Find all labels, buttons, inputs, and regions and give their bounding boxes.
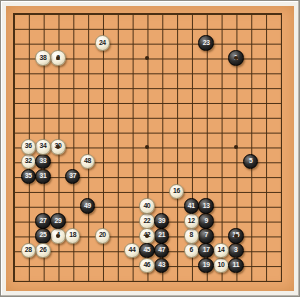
white-stone-14: 14 [213, 243, 228, 258]
white-stone-20: 20 [95, 228, 110, 243]
white-stone-36: 36 [21, 139, 36, 154]
white-stone-24: 24 [95, 35, 110, 50]
white-stone-26: 26 [35, 243, 50, 258]
white-stone-6: 6 [184, 243, 199, 258]
star-point [56, 234, 60, 238]
star-point [234, 234, 238, 238]
white-stone-46: 46 [139, 258, 154, 273]
star-point [56, 145, 60, 149]
black-stone-23: 23 [198, 35, 213, 50]
white-stone-34: 34 [35, 139, 50, 154]
black-stone-41: 41 [184, 198, 199, 213]
white-stone-8: 8 [184, 228, 199, 243]
black-stone-9: 9 [198, 213, 213, 228]
black-stone-21: 21 [154, 228, 169, 243]
star-point [234, 56, 238, 60]
black-stone-45: 45 [139, 243, 154, 258]
go-board[interactable]: 1234567891011121314151617181920212223242… [6, 6, 294, 291]
white-stone-12: 12 [184, 213, 199, 228]
black-stone-49: 49 [80, 198, 95, 213]
black-stone-31: 31 [35, 169, 50, 184]
star-point [145, 56, 149, 60]
white-stone-28: 28 [21, 243, 36, 258]
black-stone-7: 7 [198, 228, 213, 243]
black-stone-47: 47 [154, 243, 169, 258]
applet-frame: 1234567891011121314151617181920212223242… [0, 0, 300, 297]
white-stone-18: 18 [65, 228, 80, 243]
white-stone-38: 38 [35, 50, 50, 65]
black-stone-33: 33 [35, 154, 50, 169]
black-stone-37: 37 [65, 169, 80, 184]
black-stone-17: 17 [198, 243, 213, 258]
star-point [234, 145, 238, 149]
black-stone-39: 39 [154, 213, 169, 228]
black-stone-27: 27 [35, 213, 50, 228]
white-stone-32: 32 [21, 154, 36, 169]
black-stone-29: 29 [50, 213, 65, 228]
star-point [145, 234, 149, 238]
black-stone-43: 43 [154, 258, 169, 273]
white-stone-48: 48 [80, 154, 95, 169]
white-stone-40: 40 [139, 198, 154, 213]
white-stone-22: 22 [139, 213, 154, 228]
black-stone-3: 3 [228, 243, 243, 258]
star-point [145, 145, 149, 149]
black-stone-35: 35 [21, 169, 36, 184]
white-stone-44: 44 [124, 243, 139, 258]
black-stone-5: 5 [243, 154, 258, 169]
black-stone-25: 25 [35, 228, 50, 243]
star-point [56, 56, 60, 60]
white-stone-10: 10 [213, 258, 228, 273]
black-stone-11: 11 [228, 258, 243, 273]
black-stone-19: 19 [198, 258, 213, 273]
white-stone-16: 16 [169, 184, 184, 199]
black-stone-13: 13 [198, 198, 213, 213]
